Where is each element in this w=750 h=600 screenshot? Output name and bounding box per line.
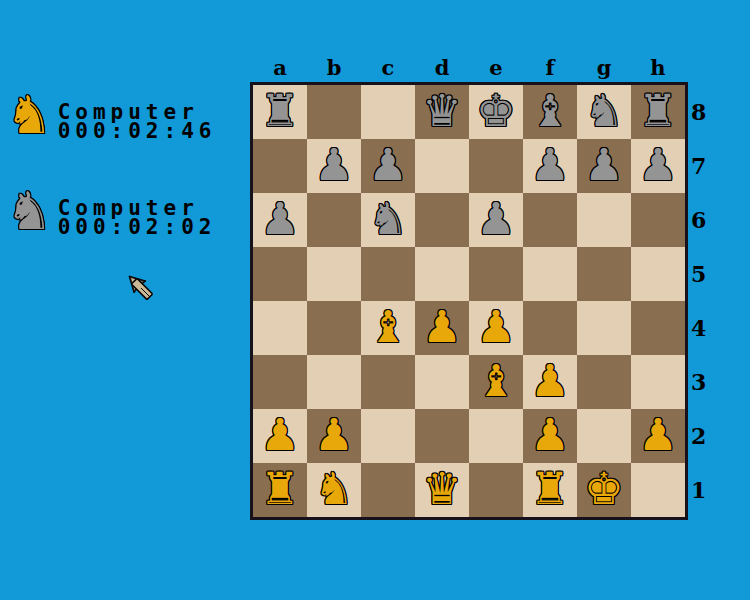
rank-label-8: 8 <box>691 85 706 139</box>
black-player-panel: ♞ Computer 000:02:02 <box>6 186 216 237</box>
square-g1[interactable]: ♚ <box>577 463 631 517</box>
rank-label-2: 2 <box>691 409 706 463</box>
file-label-b: b <box>307 56 361 80</box>
square-h6[interactable] <box>631 193 685 247</box>
square-h2[interactable]: ♟ <box>631 409 685 463</box>
square-a6[interactable]: ♟ <box>253 193 307 247</box>
square-d7[interactable] <box>415 139 469 193</box>
square-d8[interactable]: ♛ <box>415 85 469 139</box>
board: ♜♛♚♝♞♜♟♟♟♟♟♟♞♟♝♟♟♝♟♟♟♟♟♜♞♛♜♚ <box>250 82 688 520</box>
square-e6[interactable]: ♟ <box>469 193 523 247</box>
square-f8[interactable]: ♝ <box>523 85 577 139</box>
file-label-f: f <box>523 56 577 80</box>
square-f6[interactable] <box>523 193 577 247</box>
white-pawn-piece: ♟ <box>469 301 523 355</box>
white-rook-piece: ♜ <box>253 463 307 517</box>
file-label-d: d <box>415 56 469 80</box>
black-queen-piece: ♛ <box>415 85 469 139</box>
white-pawn-piece: ♟ <box>631 409 685 463</box>
square-d3[interactable] <box>415 355 469 409</box>
file-labels: abcdefgh <box>253 56 685 80</box>
square-b4[interactable] <box>307 301 361 355</box>
square-b5[interactable] <box>307 247 361 301</box>
black-rook-piece: ♜ <box>631 85 685 139</box>
square-a7[interactable] <box>253 139 307 193</box>
square-g7[interactable]: ♟ <box>577 139 631 193</box>
rank-label-3: 3 <box>691 355 706 409</box>
black-pawn-piece: ♟ <box>253 193 307 247</box>
square-f7[interactable]: ♟ <box>523 139 577 193</box>
square-a3[interactable] <box>253 355 307 409</box>
square-b7[interactable]: ♟ <box>307 139 361 193</box>
black-pawn-piece: ♟ <box>307 139 361 193</box>
square-d2[interactable] <box>415 409 469 463</box>
square-c2[interactable] <box>361 409 415 463</box>
square-h3[interactable] <box>631 355 685 409</box>
black-knight-piece: ♞ <box>577 85 631 139</box>
square-a1[interactable]: ♜ <box>253 463 307 517</box>
white-pawn-piece: ♟ <box>523 355 577 409</box>
square-b1[interactable]: ♞ <box>307 463 361 517</box>
square-e1[interactable] <box>469 463 523 517</box>
white-pawn-piece: ♟ <box>523 409 577 463</box>
square-c4[interactable]: ♝ <box>361 301 415 355</box>
rank-label-7: 7 <box>691 139 706 193</box>
black-pawn-piece: ♟ <box>523 139 577 193</box>
gray-knight-icon: ♞ <box>6 186 53 236</box>
black-pawn-piece: ♟ <box>631 139 685 193</box>
white-bishop-piece: ♝ <box>361 301 415 355</box>
file-label-c: c <box>361 56 415 80</box>
square-a8[interactable]: ♜ <box>253 85 307 139</box>
square-c6[interactable]: ♞ <box>361 193 415 247</box>
black-player-clock: 000:02:02 <box>58 218 217 237</box>
rank-label-6: 6 <box>691 193 706 247</box>
file-label-a: a <box>253 56 307 80</box>
square-g5[interactable] <box>577 247 631 301</box>
black-pawn-piece: ♟ <box>469 193 523 247</box>
square-h4[interactable] <box>631 301 685 355</box>
square-f2[interactable]: ♟ <box>523 409 577 463</box>
square-f4[interactable] <box>523 301 577 355</box>
square-b8[interactable] <box>307 85 361 139</box>
square-e7[interactable] <box>469 139 523 193</box>
square-c5[interactable] <box>361 247 415 301</box>
square-a5[interactable] <box>253 247 307 301</box>
square-f5[interactable] <box>523 247 577 301</box>
white-king-piece: ♚ <box>577 463 631 517</box>
square-c7[interactable]: ♟ <box>361 139 415 193</box>
square-h5[interactable] <box>631 247 685 301</box>
rank-label-4: 4 <box>691 301 706 355</box>
square-c8[interactable] <box>361 85 415 139</box>
square-e2[interactable] <box>469 409 523 463</box>
black-rook-piece: ♜ <box>253 85 307 139</box>
square-g8[interactable]: ♞ <box>577 85 631 139</box>
square-h1[interactable] <box>631 463 685 517</box>
rank-label-1: 1 <box>691 463 706 517</box>
file-label-e: e <box>469 56 523 80</box>
square-e4[interactable]: ♟ <box>469 301 523 355</box>
square-g2[interactable] <box>577 409 631 463</box>
white-knight-piece: ♞ <box>307 463 361 517</box>
white-bishop-piece: ♝ <box>469 355 523 409</box>
white-player-clock: 000:02:46 <box>58 122 217 141</box>
square-h8[interactable]: ♜ <box>631 85 685 139</box>
white-pawn-piece: ♟ <box>253 409 307 463</box>
square-d5[interactable] <box>415 247 469 301</box>
white-pawn-piece: ♟ <box>415 301 469 355</box>
square-g4[interactable] <box>577 301 631 355</box>
square-g3[interactable] <box>577 355 631 409</box>
square-d4[interactable]: ♟ <box>415 301 469 355</box>
square-d6[interactable] <box>415 193 469 247</box>
square-e5[interactable] <box>469 247 523 301</box>
square-f1[interactable]: ♜ <box>523 463 577 517</box>
square-h7[interactable]: ♟ <box>631 139 685 193</box>
square-f3[interactable]: ♟ <box>523 355 577 409</box>
square-b2[interactable]: ♟ <box>307 409 361 463</box>
file-label-g: g <box>577 56 631 80</box>
mouse-cursor-icon <box>126 273 164 311</box>
white-rook-piece: ♜ <box>523 463 577 517</box>
square-c3[interactable] <box>361 355 415 409</box>
square-c1[interactable] <box>361 463 415 517</box>
square-d1[interactable]: ♛ <box>415 463 469 517</box>
white-queen-piece: ♛ <box>415 463 469 517</box>
rank-labels: 87654321 <box>691 85 706 517</box>
black-pawn-piece: ♟ <box>577 139 631 193</box>
square-g6[interactable] <box>577 193 631 247</box>
white-pawn-piece: ♟ <box>307 409 361 463</box>
square-a4[interactable] <box>253 301 307 355</box>
square-b6[interactable] <box>307 193 361 247</box>
gold-knight-icon: ♞ <box>6 90 53 140</box>
black-knight-piece: ♞ <box>361 193 415 247</box>
square-b3[interactable] <box>307 355 361 409</box>
square-e3[interactable]: ♝ <box>469 355 523 409</box>
rank-label-5: 5 <box>691 247 706 301</box>
file-label-h: h <box>631 56 685 80</box>
square-a2[interactable]: ♟ <box>253 409 307 463</box>
black-bishop-piece: ♝ <box>523 85 577 139</box>
black-pawn-piece: ♟ <box>361 139 415 193</box>
chess-app-screen: ♞ Computer 000:02:46 ♞ Computer 000:02:0… <box>0 0 750 600</box>
square-e8[interactable]: ♚ <box>469 85 523 139</box>
white-player-panel: ♞ Computer 000:02:46 <box>6 90 216 141</box>
black-king-piece: ♚ <box>469 85 523 139</box>
